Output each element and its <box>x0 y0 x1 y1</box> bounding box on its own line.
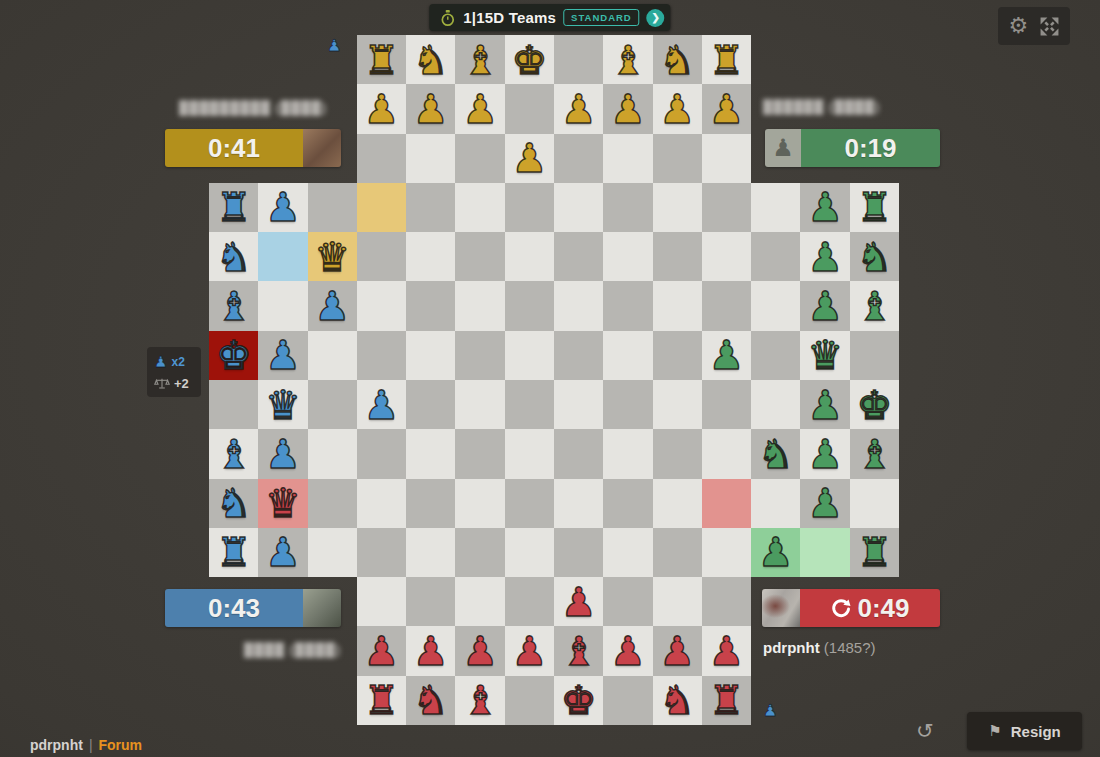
square-12-8[interactable]: ♟ <box>603 626 652 675</box>
green-pawn: ♟ <box>807 237 843 277</box>
square-8-2[interactable] <box>308 429 357 478</box>
blue-bishop: ♝ <box>216 286 252 326</box>
square-13-9[interactable]: ♞ <box>653 676 702 725</box>
blue-bishop: ♝ <box>216 434 252 474</box>
square-1-8[interactable]: ♟ <box>603 84 652 133</box>
player-bottom-right-clock: 0:49 <box>762 589 940 627</box>
blue-pawn: ♟ <box>265 187 301 227</box>
square-10-1[interactable]: ♟ <box>258 528 307 577</box>
square-5-13[interactable]: ♝ <box>850 281 899 330</box>
square-7-11[interactable] <box>751 380 800 429</box>
square-13-6[interactable] <box>505 676 554 725</box>
square-5-8[interactable] <box>603 281 652 330</box>
square-12-7[interactable]: ♝ <box>554 626 603 675</box>
footer-divider: | <box>89 737 93 753</box>
square-6-11[interactable] <box>751 331 800 380</box>
square-6-0[interactable]: ♚ <box>209 331 258 380</box>
square-0-8[interactable]: ♝ <box>603 35 652 84</box>
settings-gear-icon[interactable]: ⚙ <box>1008 15 1028 37</box>
square-10-12[interactable] <box>800 528 849 577</box>
square-8-0[interactable]: ♝ <box>209 429 258 478</box>
square-9-9[interactable] <box>653 479 702 528</box>
red-pawn: ♟ <box>610 631 646 671</box>
square-12-4[interactable]: ♟ <box>406 626 455 675</box>
board-void <box>209 676 258 725</box>
square-0-9[interactable]: ♞ <box>653 35 702 84</box>
active-turn-spinner-icon <box>830 598 851 619</box>
red-rook: ♜ <box>709 680 745 720</box>
square-11-7[interactable]: ♟ <box>554 577 603 626</box>
green-pawn: ♟ <box>807 286 843 326</box>
footer-bar: pdrpnht | Forum <box>30 737 142 753</box>
square-10-6[interactable] <box>505 528 554 577</box>
square-12-3[interactable]: ♟ <box>357 626 406 675</box>
square-8-7[interactable] <box>554 429 603 478</box>
square-5-9[interactable] <box>653 281 702 330</box>
square-6-9[interactable] <box>653 331 702 380</box>
square-13-5[interactable]: ♝ <box>455 676 504 725</box>
green-pawn: ♟ <box>709 335 745 375</box>
flag-icon: ⚑ <box>988 722 1001 740</box>
captured-material-panel: ♟ x2 +2 <box>147 347 201 397</box>
square-7-9[interactable] <box>653 380 702 429</box>
board-void <box>751 35 800 84</box>
square-3-9[interactable] <box>653 183 702 232</box>
square-5-5[interactable] <box>455 281 504 330</box>
red-pawn: ♟ <box>413 631 449 671</box>
square-3-7[interactable] <box>554 183 603 232</box>
square-3-3[interactable] <box>357 183 406 232</box>
red-pawn: ♟ <box>659 631 695 671</box>
green-pawn: ♟ <box>807 483 843 523</box>
square-9-1[interactable]: ♛ <box>258 479 307 528</box>
square-4-9[interactable] <box>653 232 702 281</box>
blue-pawn: ♟ <box>265 335 301 375</box>
square-12-9[interactable]: ♟ <box>653 626 702 675</box>
square-4-13[interactable]: ♞ <box>850 232 899 281</box>
square-4-5[interactable] <box>455 232 504 281</box>
square-7-3[interactable]: ♟ <box>357 380 406 429</box>
square-0-4[interactable]: ♞ <box>406 35 455 84</box>
square-11-6[interactable] <box>505 577 554 626</box>
yellow-pawn: ♟ <box>413 89 449 129</box>
yellow-bishop: ♝ <box>462 40 498 80</box>
square-3-6[interactable] <box>505 183 554 232</box>
square-7-1[interactable]: ♛ <box>258 380 307 429</box>
square-8-6[interactable] <box>505 429 554 478</box>
square-9-7[interactable] <box>554 479 603 528</box>
footer-forum-link[interactable]: Forum <box>99 737 143 753</box>
gray-pawn-icon: ♟ <box>765 129 801 167</box>
stopwatch-icon <box>439 9 456 27</box>
captured-pawn-icon: ♟ <box>154 353 167 371</box>
square-6-6[interactable] <box>505 331 554 380</box>
red-pawn: ♟ <box>364 631 400 671</box>
square-9-13[interactable] <box>850 479 899 528</box>
square-10-5[interactable] <box>455 528 504 577</box>
player-top-left-clock: 0:41 <box>165 129 341 167</box>
square-3-4[interactable] <box>406 183 455 232</box>
square-6-2[interactable] <box>308 331 357 380</box>
square-10-7[interactable] <box>554 528 603 577</box>
time-control-label: 1|15D Teams <box>463 9 556 26</box>
balance-scales-icon <box>154 377 170 390</box>
square-9-4[interactable] <box>406 479 455 528</box>
square-6-1[interactable]: ♟ <box>258 331 307 380</box>
square-11-4[interactable] <box>406 577 455 626</box>
square-0-3[interactable]: ♜ <box>357 35 406 84</box>
square-1-4[interactable]: ♟ <box>406 84 455 133</box>
red-pawn: ♟ <box>462 631 498 671</box>
square-6-13[interactable] <box>850 331 899 380</box>
blue-queen: ♛ <box>265 385 301 425</box>
square-4-6[interactable] <box>505 232 554 281</box>
square-13-3[interactable]: ♜ <box>357 676 406 725</box>
red-knight: ♞ <box>413 680 449 720</box>
square-3-5[interactable] <box>455 183 504 232</box>
player-top-left-name: █████████ (████) <box>165 98 341 116</box>
standard-badge: STANDARD <box>563 9 640 27</box>
square-5-2[interactable]: ♟ <box>308 281 357 330</box>
blue-pawn-indicator-top: ♟ <box>327 38 341 54</box>
blue-pawn: ♟ <box>265 434 301 474</box>
square-1-3[interactable]: ♟ <box>357 84 406 133</box>
green-knight: ♞ <box>856 237 892 277</box>
square-3-1[interactable]: ♟ <box>258 183 307 232</box>
square-4-1[interactable] <box>258 232 307 281</box>
square-3-8[interactable] <box>603 183 652 232</box>
square-9-12[interactable]: ♟ <box>800 479 849 528</box>
square-4-10[interactable] <box>702 232 751 281</box>
square-4-3[interactable] <box>357 232 406 281</box>
square-13-4[interactable]: ♞ <box>406 676 455 725</box>
square-13-10[interactable]: ♜ <box>702 676 751 725</box>
board-void <box>800 35 849 84</box>
yellow-pawn: ♟ <box>462 89 498 129</box>
square-5-11[interactable] <box>751 281 800 330</box>
square-10-8[interactable] <box>603 528 652 577</box>
square-6-7[interactable] <box>554 331 603 380</box>
yellow-king: ♚ <box>511 40 547 80</box>
square-1-9[interactable]: ♟ <box>653 84 702 133</box>
square-7-13[interactable]: ♚ <box>850 380 899 429</box>
board-void <box>308 676 357 725</box>
blue-pawn: ♟ <box>265 532 301 572</box>
square-2-5[interactable] <box>455 134 504 183</box>
square-6-10[interactable]: ♟ <box>702 331 751 380</box>
player-top-right-name: ██████ (████) <box>763 97 880 115</box>
footer-username: pdrpnht <box>30 737 83 753</box>
red-pawn: ♟ <box>511 631 547 671</box>
square-7-10[interactable] <box>702 380 751 429</box>
square-8-12[interactable]: ♟ <box>800 429 849 478</box>
board-controls: ⚙ <box>998 7 1070 45</box>
square-1-5[interactable]: ♟ <box>455 84 504 133</box>
square-10-4[interactable] <box>406 528 455 577</box>
square-8-9[interactable] <box>653 429 702 478</box>
square-11-10[interactable] <box>702 577 751 626</box>
square-3-0[interactable]: ♜ <box>209 183 258 232</box>
square-13-7[interactable]: ♚ <box>554 676 603 725</box>
red-bishop: ♝ <box>462 680 498 720</box>
square-3-11[interactable] <box>751 183 800 232</box>
square-8-1[interactable]: ♟ <box>258 429 307 478</box>
square-4-0[interactable]: ♞ <box>209 232 258 281</box>
square-5-4[interactable] <box>406 281 455 330</box>
square-1-10[interactable]: ♟ <box>702 84 751 133</box>
square-1-7[interactable]: ♟ <box>554 84 603 133</box>
green-bishop: ♝ <box>856 434 892 474</box>
square-9-5[interactable] <box>455 479 504 528</box>
square-8-4[interactable] <box>406 429 455 478</box>
player-bottom-left-name: ████ (████) <box>165 640 341 658</box>
square-10-2[interactable] <box>308 528 357 577</box>
rotate-undo-icon[interactable]: ↺ <box>916 719 934 743</box>
square-8-10[interactable] <box>702 429 751 478</box>
yellow-pawn: ♟ <box>511 138 547 178</box>
red-pawn: ♟ <box>709 631 745 671</box>
green-pawn: ♟ <box>807 187 843 227</box>
green-rook: ♜ <box>856 532 892 572</box>
square-6-3[interactable] <box>357 331 406 380</box>
square-11-8[interactable] <box>603 577 652 626</box>
green-king: ♚ <box>856 385 892 425</box>
captured-pawn-count: x2 <box>171 355 184 369</box>
square-10-10[interactable] <box>702 528 751 577</box>
green-pawn: ♟ <box>758 532 794 572</box>
square-2-4[interactable] <box>406 134 455 183</box>
resign-button[interactable]: ⚑ Resign <box>967 712 1082 750</box>
board-void <box>850 35 899 84</box>
square-2-8[interactable] <box>603 134 652 183</box>
red-queen: ♛ <box>265 483 301 523</box>
green-clock: 0:19 <box>801 129 940 167</box>
blue-knight: ♞ <box>216 237 252 277</box>
green-bishop: ♝ <box>856 286 892 326</box>
square-5-12[interactable]: ♟ <box>800 281 849 330</box>
square-12-6[interactable]: ♟ <box>505 626 554 675</box>
game-title-bar: 1|15D Teams STANDARD ❯ <box>429 4 670 31</box>
square-12-5[interactable]: ♟ <box>455 626 504 675</box>
board-void <box>258 676 307 725</box>
expand-chevron-button[interactable]: ❯ <box>647 9 665 27</box>
square-11-9[interactable] <box>653 577 702 626</box>
player-top-right-clock: ♟ 0:19 <box>765 129 940 167</box>
square-8-13[interactable]: ♝ <box>850 429 899 478</box>
square-7-6[interactable] <box>505 380 554 429</box>
square-8-8[interactable] <box>603 429 652 478</box>
square-5-1[interactable] <box>258 281 307 330</box>
square-6-4[interactable] <box>406 331 455 380</box>
yellow-rook: ♜ <box>709 40 745 80</box>
material-balance: +2 <box>174 376 189 391</box>
square-3-2[interactable] <box>308 183 357 232</box>
blue-pawn: ♟ <box>314 286 350 326</box>
square-10-9[interactable] <box>653 528 702 577</box>
square-4-12[interactable]: ♟ <box>800 232 849 281</box>
blue-pawn: ♟ <box>364 385 400 425</box>
blue-rook: ♜ <box>216 532 252 572</box>
square-4-2[interactable]: ♛ <box>308 232 357 281</box>
red-bishop: ♝ <box>561 631 597 671</box>
square-3-10[interactable] <box>702 183 751 232</box>
yellow-queen: ♛ <box>314 237 350 277</box>
square-7-7[interactable] <box>554 380 603 429</box>
red-rook: ♜ <box>364 680 400 720</box>
square-1-6[interactable] <box>505 84 554 133</box>
square-8-5[interactable] <box>455 429 504 478</box>
square-8-11[interactable]: ♞ <box>751 429 800 478</box>
square-5-10[interactable] <box>702 281 751 330</box>
square-9-10[interactable] <box>702 479 751 528</box>
blue-pawn-indicator-bottom: ♟ <box>763 703 777 719</box>
board-void <box>258 35 307 84</box>
square-13-8[interactable] <box>603 676 652 725</box>
yellow-knight: ♞ <box>413 40 449 80</box>
square-6-12[interactable]: ♛ <box>800 331 849 380</box>
avatar <box>762 589 800 627</box>
square-7-0[interactable] <box>209 380 258 429</box>
square-11-5[interactable] <box>455 577 504 626</box>
square-6-8[interactable] <box>603 331 652 380</box>
square-5-0[interactable]: ♝ <box>209 281 258 330</box>
square-10-13[interactable]: ♜ <box>850 528 899 577</box>
red-clock: 0:49 <box>800 589 940 627</box>
green-pawn: ♟ <box>807 385 843 425</box>
square-9-2[interactable] <box>308 479 357 528</box>
square-9-0[interactable]: ♞ <box>209 479 258 528</box>
green-knight: ♞ <box>758 434 794 474</box>
square-9-6[interactable] <box>505 479 554 528</box>
square-7-5[interactable] <box>455 380 504 429</box>
square-0-6[interactable]: ♚ <box>505 35 554 84</box>
red-knight: ♞ <box>659 680 695 720</box>
blue-rook: ♜ <box>216 187 252 227</box>
player-bottom-left-clock: 0:43 <box>165 589 341 627</box>
fullscreen-icon[interactable] <box>1039 16 1060 37</box>
square-7-12[interactable]: ♟ <box>800 380 849 429</box>
square-9-3[interactable] <box>357 479 406 528</box>
avatar <box>303 129 341 167</box>
yellow-knight: ♞ <box>659 40 695 80</box>
square-7-8[interactable] <box>603 380 652 429</box>
yellow-pawn: ♟ <box>364 89 400 129</box>
square-4-7[interactable] <box>554 232 603 281</box>
green-rook: ♜ <box>856 187 892 227</box>
square-9-8[interactable] <box>603 479 652 528</box>
square-10-0[interactable]: ♜ <box>209 528 258 577</box>
square-9-11[interactable] <box>751 479 800 528</box>
square-5-3[interactable] <box>357 281 406 330</box>
square-3-12[interactable]: ♟ <box>800 183 849 232</box>
square-2-7[interactable] <box>554 134 603 183</box>
square-2-6[interactable]: ♟ <box>505 134 554 183</box>
green-pawn: ♟ <box>807 434 843 474</box>
player-bottom-right-name: pdrpnht (1485?) <box>763 639 876 656</box>
blue-king: ♚ <box>216 335 252 375</box>
yellow-pawn: ♟ <box>610 89 646 129</box>
square-11-3[interactable] <box>357 577 406 626</box>
blue-clock: 0:43 <box>165 589 303 627</box>
yellow-clock: 0:41 <box>165 129 303 167</box>
square-7-2[interactable] <box>308 380 357 429</box>
square-4-8[interactable] <box>603 232 652 281</box>
board-void <box>850 676 899 725</box>
board-void <box>209 35 258 84</box>
square-8-3[interactable] <box>357 429 406 478</box>
square-5-7[interactable] <box>554 281 603 330</box>
square-3-13[interactable]: ♜ <box>850 183 899 232</box>
square-4-11[interactable] <box>751 232 800 281</box>
square-0-7[interactable] <box>554 35 603 84</box>
square-6-5[interactable] <box>455 331 504 380</box>
square-0-5[interactable]: ♝ <box>455 35 504 84</box>
green-queen: ♛ <box>807 335 843 375</box>
square-10-3[interactable] <box>357 528 406 577</box>
yellow-rook: ♜ <box>364 40 400 80</box>
yellow-bishop: ♝ <box>610 40 646 80</box>
board-void <box>800 676 849 725</box>
square-7-4[interactable] <box>406 380 455 429</box>
avatar <box>303 589 341 627</box>
square-0-10[interactable]: ♜ <box>702 35 751 84</box>
square-2-3[interactable] <box>357 134 406 183</box>
square-4-4[interactable] <box>406 232 455 281</box>
square-10-11[interactable]: ♟ <box>751 528 800 577</box>
square-2-9[interactable] <box>653 134 702 183</box>
square-12-10[interactable]: ♟ <box>702 626 751 675</box>
red-pawn: ♟ <box>561 582 597 622</box>
chevron-right-icon: ❯ <box>652 12 660 23</box>
yellow-pawn: ♟ <box>561 89 597 129</box>
square-5-6[interactable] <box>505 281 554 330</box>
yellow-pawn: ♟ <box>659 89 695 129</box>
blue-knight: ♞ <box>216 483 252 523</box>
yellow-pawn: ♟ <box>709 89 745 129</box>
red-king: ♚ <box>561 680 597 720</box>
square-2-10[interactable] <box>702 134 751 183</box>
